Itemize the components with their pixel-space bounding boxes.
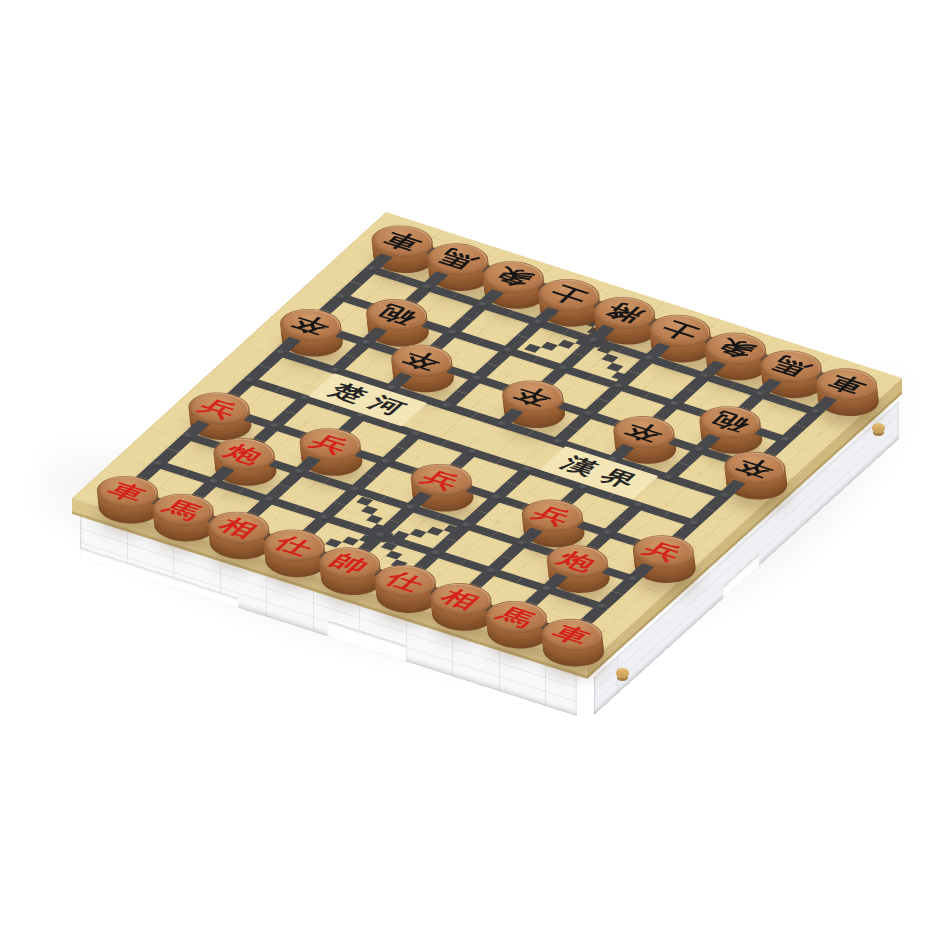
base-notch <box>328 620 407 661</box>
xiangqi-board: 車馬象士將士象馬車砲砲卒卒卒卒卒兵兵兵兵兵炮炮車馬相仕帥仕相馬車 楚河 漢界 <box>72 212 902 664</box>
clip-peg-right <box>872 423 885 433</box>
base-notch <box>723 554 759 599</box>
scene: 車馬象士將士象馬車砲砲卒卒卒卒卒兵兵兵兵兵炮炮車馬相仕帥仕相馬車 楚河 漢界 <box>0 0 950 950</box>
clip-peg-bottom <box>616 668 629 678</box>
